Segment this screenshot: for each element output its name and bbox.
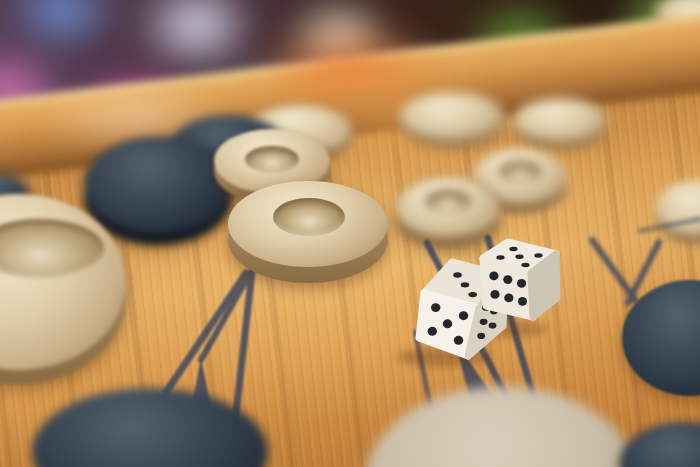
die-pip bbox=[521, 263, 529, 268]
die-pip bbox=[459, 311, 468, 320]
die-pip bbox=[489, 272, 498, 281]
checker-ring bbox=[245, 146, 298, 173]
checker-navy bbox=[620, 422, 700, 467]
die-pip bbox=[443, 319, 452, 328]
die-pip bbox=[509, 247, 517, 252]
die-pip bbox=[504, 294, 513, 303]
checker-face bbox=[228, 181, 388, 267]
point-outline bbox=[640, 219, 700, 231]
checker-face bbox=[620, 422, 700, 467]
checker-ring bbox=[0, 219, 104, 279]
die-pip bbox=[489, 322, 497, 328]
checker-navy bbox=[32, 388, 268, 467]
checker-cream bbox=[228, 181, 388, 283]
die-pip bbox=[461, 282, 470, 287]
die-pip bbox=[534, 253, 542, 258]
die-pip bbox=[468, 292, 477, 297]
checker-cream-dim bbox=[364, 386, 640, 467]
die-pip bbox=[477, 333, 485, 339]
checker-face bbox=[364, 386, 640, 467]
die-pip bbox=[515, 255, 523, 260]
die-pip bbox=[517, 279, 526, 288]
die-pip bbox=[428, 327, 437, 336]
backgammon-photo bbox=[0, 0, 700, 467]
die-pip bbox=[480, 319, 488, 325]
checker-navy bbox=[622, 280, 700, 396]
dice bbox=[419, 242, 557, 356]
die-pip bbox=[431, 303, 440, 312]
checker-face bbox=[622, 280, 700, 396]
die-pip bbox=[490, 290, 499, 299]
die-pip bbox=[454, 336, 463, 345]
die-pip bbox=[518, 297, 527, 306]
die-pip bbox=[496, 255, 504, 260]
die-pip bbox=[503, 275, 512, 284]
die-pip bbox=[453, 272, 462, 277]
checker-face bbox=[32, 388, 268, 467]
checker-cream bbox=[0, 194, 126, 384]
checker-ring bbox=[273, 198, 345, 236]
